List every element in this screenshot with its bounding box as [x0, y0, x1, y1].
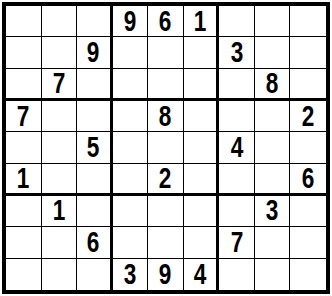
cell-r3c2[interactable]: 7 [42, 69, 78, 101]
given-digit: 6 [87, 228, 100, 257]
cell-r2c6[interactable] [184, 37, 220, 68]
cell-r4c8[interactable] [255, 101, 291, 132]
cell-r7c6[interactable] [184, 196, 220, 227]
cell-r1c2[interactable] [42, 6, 78, 37]
given-digit: 4 [194, 260, 207, 289]
cell-r1c5[interactable]: 6 [148, 6, 184, 37]
cell-r6c2[interactable] [42, 164, 78, 196]
cell-r2c4[interactable] [113, 37, 149, 68]
cell-r6c6[interactable] [184, 164, 220, 196]
cell-r2c3[interactable]: 9 [77, 37, 113, 68]
cell-r4c6[interactable] [184, 101, 220, 132]
cell-r1c6[interactable]: 1 [184, 6, 220, 37]
cell-r9c7[interactable] [219, 259, 255, 290]
cell-r8c1[interactable] [6, 227, 42, 258]
given-digit: 2 [159, 164, 172, 193]
cell-r6c5[interactable]: 2 [148, 164, 184, 196]
cell-r3c1[interactable] [6, 69, 42, 101]
cell-r7c9[interactable] [290, 196, 326, 227]
cell-r2c7[interactable]: 3 [219, 37, 255, 68]
cell-r6c3[interactable] [77, 164, 113, 196]
cell-r8c5[interactable] [148, 227, 184, 258]
cell-r8c8[interactable] [255, 227, 291, 258]
cell-r5c1[interactable] [6, 132, 42, 163]
cell-r3c4[interactable] [113, 69, 149, 101]
given-digit: 1 [194, 7, 207, 36]
given-digit: 3 [230, 38, 243, 67]
given-digit: 9 [124, 7, 137, 36]
cell-r8c9[interactable] [290, 227, 326, 258]
cell-r8c7[interactable]: 7 [219, 227, 255, 258]
cell-r7c1[interactable] [6, 196, 42, 227]
cell-r3c7[interactable] [219, 69, 255, 101]
cell-r2c1[interactable] [6, 37, 42, 68]
cell-r5c8[interactable] [255, 132, 291, 163]
cell-r9c4[interactable]: 3 [113, 259, 149, 290]
cell-r9c3[interactable] [77, 259, 113, 290]
given-digit: 4 [230, 133, 243, 162]
cell-r6c1[interactable]: 1 [6, 164, 42, 196]
cell-r2c9[interactable] [290, 37, 326, 68]
given-digit: 1 [17, 164, 30, 193]
given-digit: 6 [302, 164, 315, 193]
cell-r7c4[interactable] [113, 196, 149, 227]
cell-r8c6[interactable] [184, 227, 220, 258]
cell-r5c9[interactable] [290, 132, 326, 163]
given-digit: 9 [159, 260, 172, 289]
cell-r6c8[interactable] [255, 164, 291, 196]
cell-r7c5[interactable] [148, 196, 184, 227]
cell-r1c1[interactable] [6, 6, 42, 37]
cell-r5c3[interactable]: 5 [77, 132, 113, 163]
cell-r5c2[interactable] [42, 132, 78, 163]
cell-r1c8[interactable] [255, 6, 291, 37]
cell-r8c4[interactable] [113, 227, 149, 258]
cell-r7c7[interactable] [219, 196, 255, 227]
cell-r4c5[interactable]: 8 [148, 101, 184, 132]
cell-r8c3[interactable]: 6 [77, 227, 113, 258]
given-digit: 2 [302, 102, 315, 131]
cell-r9c1[interactable] [6, 259, 42, 290]
cell-r7c8[interactable]: 3 [255, 196, 291, 227]
cell-r5c4[interactable] [113, 132, 149, 163]
cell-r9c9[interactable] [290, 259, 326, 290]
given-digit: 7 [230, 228, 243, 257]
cell-r2c8[interactable] [255, 37, 291, 68]
cell-r1c9[interactable] [290, 6, 326, 37]
given-digit: 1 [53, 196, 66, 225]
cell-r9c2[interactable] [42, 259, 78, 290]
cell-r2c2[interactable] [42, 37, 78, 68]
cell-r9c5[interactable]: 9 [148, 259, 184, 290]
cell-r3c5[interactable] [148, 69, 184, 101]
given-digit: 9 [87, 38, 100, 67]
cell-r4c3[interactable] [77, 101, 113, 132]
cell-r6c4[interactable] [113, 164, 149, 196]
cell-r7c2[interactable]: 1 [42, 196, 78, 227]
given-digit: 8 [159, 102, 172, 131]
given-digit: 6 [159, 7, 172, 36]
cell-r3c3[interactable] [77, 69, 113, 101]
cell-r6c7[interactable] [219, 164, 255, 196]
cell-r2c5[interactable] [148, 37, 184, 68]
cell-r6c9[interactable]: 6 [290, 164, 326, 196]
cell-r9c8[interactable] [255, 259, 291, 290]
cell-r9c6[interactable]: 4 [184, 259, 220, 290]
given-digit: 8 [266, 69, 279, 98]
cell-r3c6[interactable] [184, 69, 220, 101]
cell-r5c5[interactable] [148, 132, 184, 163]
given-digit: 3 [266, 196, 279, 225]
cell-r8c2[interactable] [42, 227, 78, 258]
cell-r7c3[interactable] [77, 196, 113, 227]
sudoku-board: 9619378782541261367394 [2, 2, 330, 294]
cell-r3c9[interactable] [290, 69, 326, 101]
cell-r4c2[interactable] [42, 101, 78, 132]
given-digit: 7 [53, 69, 66, 98]
cell-r5c7[interactable]: 4 [219, 132, 255, 163]
cell-r1c3[interactable] [77, 6, 113, 37]
given-digit: 7 [17, 102, 30, 131]
given-digit: 3 [124, 260, 137, 289]
cell-r4c1[interactable]: 7 [6, 101, 42, 132]
cell-r4c7[interactable] [219, 101, 255, 132]
cell-r3c8[interactable]: 8 [255, 69, 291, 101]
cell-r4c4[interactable] [113, 101, 149, 132]
given-digit: 5 [87, 133, 100, 162]
cell-r5c6[interactable] [184, 132, 220, 163]
cell-r4c9[interactable]: 2 [290, 101, 326, 132]
cell-r1c7[interactable] [219, 6, 255, 37]
cell-r1c4[interactable]: 9 [113, 6, 149, 37]
